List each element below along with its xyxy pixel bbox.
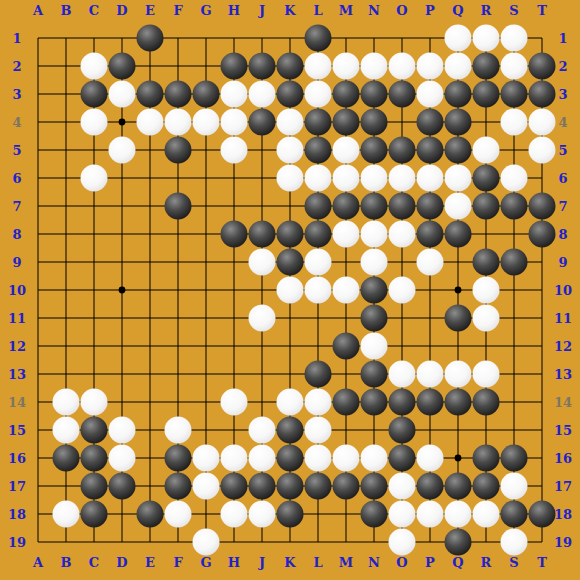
column-label-bottom: A (33, 555, 43, 570)
row-label-right: 10 (554, 283, 572, 298)
black-stone-Q17 (445, 473, 472, 500)
column-label-bottom: C (89, 555, 99, 570)
white-stone-J3 (249, 81, 276, 108)
row-label-left: 3 (12, 87, 21, 102)
column-label-top: P (425, 3, 435, 18)
black-stone-K8 (277, 221, 304, 248)
white-stone-M2 (333, 53, 360, 80)
white-stone-Q13 (445, 361, 472, 388)
column-label-bottom: F (173, 555, 182, 570)
black-stone-J8 (249, 221, 276, 248)
white-stone-N8 (361, 221, 388, 248)
column-label-bottom: T (537, 555, 547, 570)
white-stone-G17 (193, 473, 220, 500)
white-stone-P16 (417, 445, 444, 472)
white-stone-C4 (81, 109, 108, 136)
black-stone-F17 (165, 473, 192, 500)
row-label-left: 10 (8, 283, 26, 298)
white-stone-L6 (305, 165, 332, 192)
column-label-top: K (284, 3, 295, 18)
black-stone-J2 (249, 53, 276, 80)
black-stone-P17 (417, 473, 444, 500)
white-stone-H18 (221, 501, 248, 528)
white-stone-G16 (193, 445, 220, 472)
white-stone-D5 (109, 137, 136, 164)
white-stone-K4 (277, 109, 304, 136)
white-stone-B15 (53, 417, 80, 444)
black-stone-R6 (473, 165, 500, 192)
black-stone-T8 (529, 221, 556, 248)
row-label-right: 18 (554, 507, 572, 522)
column-label-top: R (481, 3, 492, 18)
black-stone-N3 (361, 81, 388, 108)
black-stone-N7 (361, 193, 388, 220)
black-stone-L4 (305, 109, 332, 136)
black-stone-N14 (361, 389, 388, 416)
white-stone-Q2 (445, 53, 472, 80)
white-stone-J18 (249, 501, 276, 528)
black-stone-O7 (389, 193, 416, 220)
black-stone-S18 (501, 501, 528, 528)
white-stone-H3 (221, 81, 248, 108)
row-label-left: 8 (12, 227, 21, 242)
white-stone-L14 (305, 389, 332, 416)
row-label-right: 6 (558, 171, 567, 186)
white-stone-H14 (221, 389, 248, 416)
black-stone-Q5 (445, 137, 472, 164)
black-stone-K18 (277, 501, 304, 528)
column-label-bottom: L (313, 555, 322, 570)
white-stone-D3 (109, 81, 136, 108)
star-point (119, 119, 126, 126)
row-label-right: 2 (558, 59, 567, 74)
black-stone-K15 (277, 417, 304, 444)
black-stone-L13 (305, 361, 332, 388)
white-stone-O10 (389, 277, 416, 304)
black-stone-L5 (305, 137, 332, 164)
black-stone-J17 (249, 473, 276, 500)
white-stone-P13 (417, 361, 444, 388)
column-label-bottom: P (425, 555, 435, 570)
white-stone-N6 (361, 165, 388, 192)
white-stone-P3 (417, 81, 444, 108)
row-label-left: 2 (12, 59, 21, 74)
white-stone-K5 (277, 137, 304, 164)
black-stone-N5 (361, 137, 388, 164)
white-stone-L16 (305, 445, 332, 472)
black-stone-S7 (501, 193, 528, 220)
white-stone-M16 (333, 445, 360, 472)
white-stone-F4 (165, 109, 192, 136)
black-stone-O16 (389, 445, 416, 472)
black-stone-S9 (501, 249, 528, 276)
black-stone-K3 (277, 81, 304, 108)
black-stone-C16 (81, 445, 108, 472)
white-stone-B18 (53, 501, 80, 528)
column-label-bottom: R (481, 555, 492, 570)
row-label-left: 7 (12, 199, 21, 214)
white-stone-Q18 (445, 501, 472, 528)
white-stone-P2 (417, 53, 444, 80)
black-stone-O14 (389, 389, 416, 416)
black-stone-M3 (333, 81, 360, 108)
black-stone-R14 (473, 389, 500, 416)
white-stone-M8 (333, 221, 360, 248)
go-board-screenshot: AABBCCDDEEFFGGHHJJKKLLMMNNOOPPQQRRSSTT11… (0, 0, 580, 580)
column-label-top: J (259, 3, 265, 18)
column-label-top: D (116, 3, 127, 18)
row-label-left: 12 (8, 339, 26, 354)
white-stone-K14 (277, 389, 304, 416)
white-stone-P18 (417, 501, 444, 528)
white-stone-O17 (389, 473, 416, 500)
white-stone-C2 (81, 53, 108, 80)
white-stone-N12 (361, 333, 388, 360)
row-label-right: 9 (558, 255, 567, 270)
white-stone-D16 (109, 445, 136, 472)
column-label-top: H (228, 3, 240, 18)
black-stone-H17 (221, 473, 248, 500)
column-label-top: E (145, 3, 155, 18)
column-label-top: L (313, 3, 322, 18)
column-label-bottom: M (339, 555, 353, 570)
column-label-top: T (537, 3, 547, 18)
white-stone-G4 (193, 109, 220, 136)
white-stone-J9 (249, 249, 276, 276)
row-label-right: 11 (554, 311, 572, 326)
white-stone-S4 (501, 109, 528, 136)
row-label-right: 13 (554, 367, 572, 382)
black-stone-L7 (305, 193, 332, 220)
black-stone-T2 (529, 53, 556, 80)
black-stone-S3 (501, 81, 528, 108)
white-stone-H4 (221, 109, 248, 136)
black-stone-D17 (109, 473, 136, 500)
row-label-right: 3 (558, 87, 567, 102)
row-label-left: 1 (12, 31, 21, 46)
white-stone-O18 (389, 501, 416, 528)
column-label-top: N (368, 3, 380, 18)
black-stone-C15 (81, 417, 108, 444)
white-stone-R5 (473, 137, 500, 164)
white-stone-F15 (165, 417, 192, 444)
black-stone-Q4 (445, 109, 472, 136)
column-label-bottom: S (509, 555, 518, 570)
column-label-bottom: B (61, 555, 72, 570)
black-stone-M4 (333, 109, 360, 136)
black-stone-M7 (333, 193, 360, 220)
black-stone-L1 (305, 25, 332, 52)
white-stone-S2 (501, 53, 528, 80)
black-stone-R2 (473, 53, 500, 80)
black-stone-M14 (333, 389, 360, 416)
white-stone-N16 (361, 445, 388, 472)
white-stone-B14 (53, 389, 80, 416)
white-stone-J11 (249, 305, 276, 332)
black-stone-P14 (417, 389, 444, 416)
white-stone-H16 (221, 445, 248, 472)
row-label-left: 19 (8, 535, 26, 550)
white-stone-R1 (473, 25, 500, 52)
white-stone-O8 (389, 221, 416, 248)
black-stone-Q19 (445, 529, 472, 556)
black-stone-K2 (277, 53, 304, 80)
column-label-bottom: J (259, 555, 265, 570)
black-stone-Q3 (445, 81, 472, 108)
black-stone-F3 (165, 81, 192, 108)
white-stone-P6 (417, 165, 444, 192)
white-stone-M10 (333, 277, 360, 304)
black-stone-T7 (529, 193, 556, 220)
black-stone-R3 (473, 81, 500, 108)
column-label-bottom: H (228, 555, 240, 570)
white-stone-J15 (249, 417, 276, 444)
black-stone-K9 (277, 249, 304, 276)
row-label-left: 9 (12, 255, 21, 270)
black-stone-G3 (193, 81, 220, 108)
row-label-left: 15 (8, 423, 26, 438)
column-label-bottom: E (145, 555, 155, 570)
column-label-top: S (509, 3, 518, 18)
black-stone-K17 (277, 473, 304, 500)
white-stone-C6 (81, 165, 108, 192)
black-stone-N4 (361, 109, 388, 136)
black-stone-Q11 (445, 305, 472, 332)
column-label-bottom: D (116, 555, 127, 570)
black-stone-O3 (389, 81, 416, 108)
black-stone-E18 (137, 501, 164, 528)
row-label-right: 19 (554, 535, 572, 550)
white-stone-L3 (305, 81, 332, 108)
black-stone-S16 (501, 445, 528, 472)
star-point (455, 455, 462, 462)
white-stone-L2 (305, 53, 332, 80)
column-label-top: O (396, 3, 407, 18)
black-stone-L8 (305, 221, 332, 248)
row-label-left: 18 (8, 507, 26, 522)
white-stone-M6 (333, 165, 360, 192)
black-stone-M17 (333, 473, 360, 500)
black-stone-H2 (221, 53, 248, 80)
row-label-left: 11 (8, 311, 26, 326)
black-stone-F16 (165, 445, 192, 472)
column-label-top: G (200, 3, 211, 18)
white-stone-R18 (473, 501, 500, 528)
white-stone-R10 (473, 277, 500, 304)
row-label-right: 8 (558, 227, 567, 242)
white-stone-R11 (473, 305, 500, 332)
black-stone-Q8 (445, 221, 472, 248)
column-label-top: B (61, 3, 72, 18)
black-stone-N11 (361, 305, 388, 332)
white-stone-F18 (165, 501, 192, 528)
row-label-right: 1 (558, 31, 567, 46)
black-stone-P5 (417, 137, 444, 164)
white-stone-D15 (109, 417, 136, 444)
white-stone-S19 (501, 529, 528, 556)
white-stone-Q1 (445, 25, 472, 52)
black-stone-O15 (389, 417, 416, 444)
black-stone-T18 (529, 501, 556, 528)
row-label-left: 14 (8, 395, 26, 410)
black-stone-D2 (109, 53, 136, 80)
white-stone-P9 (417, 249, 444, 276)
row-label-right: 7 (558, 199, 567, 214)
row-label-right: 4 (558, 115, 567, 130)
black-stone-P8 (417, 221, 444, 248)
black-stone-L17 (305, 473, 332, 500)
white-stone-S1 (501, 25, 528, 52)
star-point (119, 287, 126, 294)
white-stone-O13 (389, 361, 416, 388)
white-stone-O2 (389, 53, 416, 80)
column-label-top: F (173, 3, 182, 18)
row-label-right: 5 (558, 143, 567, 158)
black-stone-R9 (473, 249, 500, 276)
white-stone-H5 (221, 137, 248, 164)
black-stone-O5 (389, 137, 416, 164)
black-stone-N17 (361, 473, 388, 500)
black-stone-P4 (417, 109, 444, 136)
white-stone-S6 (501, 165, 528, 192)
row-label-right: 15 (554, 423, 572, 438)
black-stone-Q14 (445, 389, 472, 416)
white-stone-L9 (305, 249, 332, 276)
column-label-bottom: O (396, 555, 407, 570)
white-stone-G19 (193, 529, 220, 556)
black-stone-P7 (417, 193, 444, 220)
black-stone-N13 (361, 361, 388, 388)
white-stone-T5 (529, 137, 556, 164)
black-stone-C3 (81, 81, 108, 108)
black-stone-N10 (361, 277, 388, 304)
black-stone-R16 (473, 445, 500, 472)
column-label-bottom: G (200, 555, 211, 570)
black-stone-C18 (81, 501, 108, 528)
column-label-top: A (33, 3, 43, 18)
black-stone-B16 (53, 445, 80, 472)
column-label-bottom: K (284, 555, 295, 570)
white-stone-N2 (361, 53, 388, 80)
black-stone-C17 (81, 473, 108, 500)
black-stone-M12 (333, 333, 360, 360)
white-stone-O19 (389, 529, 416, 556)
row-label-left: 16 (8, 451, 26, 466)
column-label-bottom: Q (452, 555, 463, 570)
row-label-left: 17 (8, 479, 26, 494)
white-stone-L15 (305, 417, 332, 444)
white-stone-L10 (305, 277, 332, 304)
row-label-right: 14 (554, 395, 572, 410)
black-stone-E3 (137, 81, 164, 108)
column-label-top: M (339, 3, 353, 18)
column-label-top: C (89, 3, 99, 18)
white-stone-K10 (277, 277, 304, 304)
column-label-top: Q (452, 3, 463, 18)
row-label-left: 4 (12, 115, 21, 130)
white-stone-Q7 (445, 193, 472, 220)
black-stone-K16 (277, 445, 304, 472)
row-label-right: 12 (554, 339, 572, 354)
white-stone-R13 (473, 361, 500, 388)
black-stone-H8 (221, 221, 248, 248)
row-label-left: 5 (12, 143, 21, 158)
row-label-left: 6 (12, 171, 21, 186)
black-stone-R17 (473, 473, 500, 500)
white-stone-E4 (137, 109, 164, 136)
white-stone-N9 (361, 249, 388, 276)
column-label-bottom: N (368, 555, 380, 570)
white-stone-J16 (249, 445, 276, 472)
row-label-right: 16 (554, 451, 572, 466)
white-stone-O6 (389, 165, 416, 192)
black-stone-F7 (165, 193, 192, 220)
white-stone-T4 (529, 109, 556, 136)
row-label-left: 13 (8, 367, 26, 382)
black-stone-N18 (361, 501, 388, 528)
black-stone-T3 (529, 81, 556, 108)
black-stone-J4 (249, 109, 276, 136)
black-stone-R7 (473, 193, 500, 220)
white-stone-Q6 (445, 165, 472, 192)
black-stone-E1 (137, 25, 164, 52)
white-stone-K6 (277, 165, 304, 192)
white-stone-C14 (81, 389, 108, 416)
white-stone-S17 (501, 473, 528, 500)
row-label-right: 17 (554, 479, 572, 494)
star-point (455, 287, 462, 294)
black-stone-F5 (165, 137, 192, 164)
white-stone-M5 (333, 137, 360, 164)
